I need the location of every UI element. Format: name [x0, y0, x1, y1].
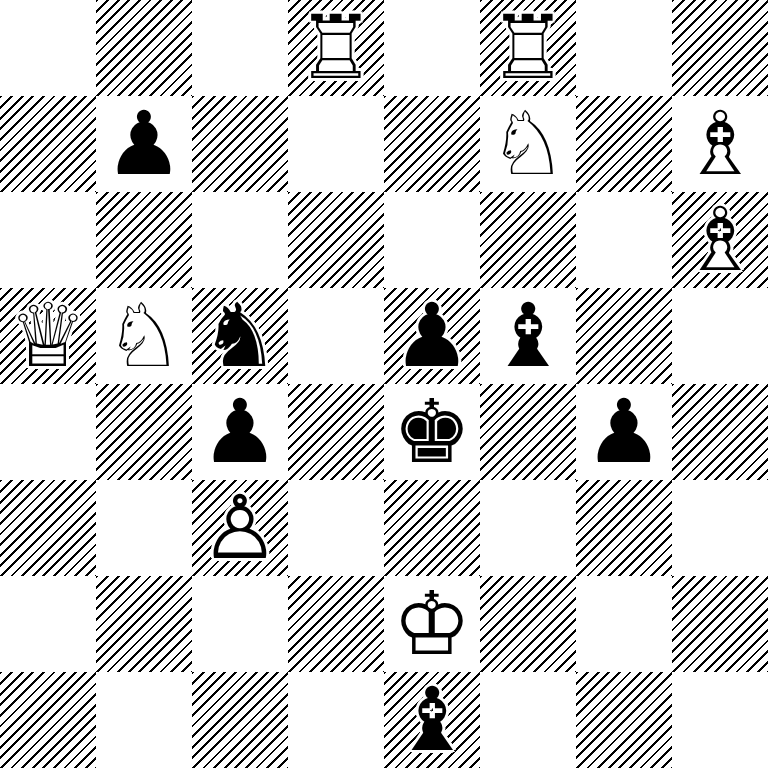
- square-a7[interactable]: [0, 96, 96, 192]
- square-b4[interactable]: [96, 384, 192, 480]
- square-g1[interactable]: [576, 672, 672, 768]
- piece-black-knight[interactable]: ♞: [192, 288, 288, 384]
- square-a3[interactable]: [0, 480, 96, 576]
- square-c8[interactable]: [192, 0, 288, 96]
- square-c3[interactable]: ♟♙: [192, 480, 288, 576]
- square-g5[interactable]: [576, 288, 672, 384]
- square-f1[interactable]: [480, 672, 576, 768]
- square-d6[interactable]: [288, 192, 384, 288]
- square-g8[interactable]: [576, 0, 672, 96]
- square-b2[interactable]: [96, 576, 192, 672]
- square-g6[interactable]: [576, 192, 672, 288]
- piece-white-queen[interactable]: ♕: [0, 288, 96, 384]
- square-c2[interactable]: [192, 576, 288, 672]
- square-h8[interactable]: [672, 0, 768, 96]
- piece-white-pawn[interactable]: ♙: [192, 480, 288, 576]
- piece-white-rook[interactable]: ♖: [288, 0, 384, 96]
- chess-board: ♜♖♜♖♟♟♞♘♝♗♝♗♛♕♞♘♞♞♟♟♝♝♟♟♚♚♟♟♟♙♚♔♝♝: [0, 0, 768, 768]
- piece-black-pawn[interactable]: ♟: [96, 96, 192, 192]
- square-b5[interactable]: ♞♘: [96, 288, 192, 384]
- square-c7[interactable]: [192, 96, 288, 192]
- square-b7[interactable]: ♟♟: [96, 96, 192, 192]
- piece-black-pawn[interactable]: ♟: [192, 384, 288, 480]
- square-d4[interactable]: [288, 384, 384, 480]
- square-d2[interactable]: [288, 576, 384, 672]
- square-d8[interactable]: ♜♖: [288, 0, 384, 96]
- square-c4[interactable]: ♟♟: [192, 384, 288, 480]
- square-b1[interactable]: [96, 672, 192, 768]
- square-c1[interactable]: [192, 672, 288, 768]
- square-h6[interactable]: ♝♗: [672, 192, 768, 288]
- piece-black-pawn[interactable]: ♟: [384, 288, 480, 384]
- square-g7[interactable]: [576, 96, 672, 192]
- square-g4[interactable]: ♟♟: [576, 384, 672, 480]
- square-e1[interactable]: ♝♝: [384, 672, 480, 768]
- square-c5[interactable]: ♞♞: [192, 288, 288, 384]
- piece-white-rook[interactable]: ♖: [480, 0, 576, 96]
- square-d3[interactable]: [288, 480, 384, 576]
- square-a6[interactable]: [0, 192, 96, 288]
- square-b6[interactable]: [96, 192, 192, 288]
- square-g3[interactable]: [576, 480, 672, 576]
- piece-black-bishop[interactable]: ♝: [480, 288, 576, 384]
- square-d1[interactable]: [288, 672, 384, 768]
- square-h3[interactable]: [672, 480, 768, 576]
- piece-white-knight[interactable]: ♘: [480, 96, 576, 192]
- square-f8[interactable]: ♜♖: [480, 0, 576, 96]
- square-e8[interactable]: [384, 0, 480, 96]
- square-d5[interactable]: [288, 288, 384, 384]
- square-a2[interactable]: [0, 576, 96, 672]
- square-a5[interactable]: ♛♕: [0, 288, 96, 384]
- piece-white-bishop[interactable]: ♗: [672, 192, 768, 288]
- square-c6[interactable]: [192, 192, 288, 288]
- square-b8[interactable]: [96, 0, 192, 96]
- square-h5[interactable]: [672, 288, 768, 384]
- square-f7[interactable]: ♞♘: [480, 96, 576, 192]
- square-f4[interactable]: [480, 384, 576, 480]
- square-f6[interactable]: [480, 192, 576, 288]
- piece-white-king[interactable]: ♔: [384, 576, 480, 672]
- square-e7[interactable]: [384, 96, 480, 192]
- square-h4[interactable]: [672, 384, 768, 480]
- square-f2[interactable]: [480, 576, 576, 672]
- square-d7[interactable]: [288, 96, 384, 192]
- square-h2[interactable]: [672, 576, 768, 672]
- square-g2[interactable]: [576, 576, 672, 672]
- square-f3[interactable]: [480, 480, 576, 576]
- square-h7[interactable]: ♝♗: [672, 96, 768, 192]
- square-e4[interactable]: ♚♚: [384, 384, 480, 480]
- piece-white-bishop[interactable]: ♗: [672, 96, 768, 192]
- piece-black-bishop[interactable]: ♝: [384, 672, 480, 768]
- square-a4[interactable]: [0, 384, 96, 480]
- square-a1[interactable]: [0, 672, 96, 768]
- square-a8[interactable]: [0, 0, 96, 96]
- square-e3[interactable]: [384, 480, 480, 576]
- piece-white-knight[interactable]: ♘: [96, 288, 192, 384]
- square-e2[interactable]: ♚♔: [384, 576, 480, 672]
- square-e5[interactable]: ♟♟: [384, 288, 480, 384]
- piece-black-pawn[interactable]: ♟: [576, 384, 672, 480]
- piece-black-king[interactable]: ♚: [384, 384, 480, 480]
- square-b3[interactable]: [96, 480, 192, 576]
- square-h1[interactable]: [672, 672, 768, 768]
- square-f5[interactable]: ♝♝: [480, 288, 576, 384]
- square-e6[interactable]: [384, 192, 480, 288]
